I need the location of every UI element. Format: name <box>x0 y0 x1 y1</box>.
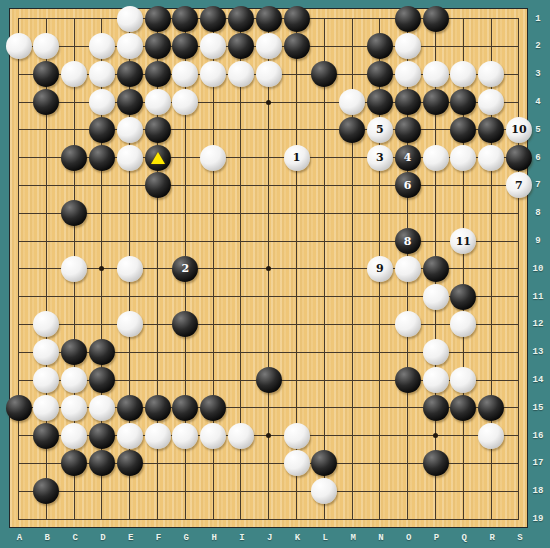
stone-black-F1 <box>145 6 171 32</box>
stone-white-B13 <box>33 339 59 365</box>
stone-black-E3 <box>117 61 143 87</box>
stone-black-O4 <box>395 89 421 115</box>
stone-black-L17 <box>311 450 337 476</box>
stone-black-I1 <box>228 6 254 32</box>
stone-white-R16 <box>478 423 504 449</box>
move-number-8: 8 <box>404 236 412 247</box>
move-number-10: 10 <box>511 124 526 135</box>
stone-white-Q6 <box>450 145 476 171</box>
stone-white-N6: 3 <box>367 145 393 171</box>
stone-black-O9: 8 <box>395 228 421 254</box>
row-label-16: 16 <box>533 431 544 440</box>
move-number-1: 1 <box>293 152 301 163</box>
stone-white-O12 <box>395 311 421 337</box>
stone-white-J3 <box>256 61 282 87</box>
row-label-19: 19 <box>533 515 544 524</box>
stone-white-Q9: 11 <box>450 228 476 254</box>
grid-line-h <box>18 324 519 325</box>
row-label-12: 12 <box>533 320 544 329</box>
column-label-I: I <box>239 534 244 543</box>
stone-white-B15 <box>33 395 59 421</box>
stone-white-B2 <box>33 33 59 59</box>
stone-white-P6 <box>423 145 449 171</box>
move-number-6: 6 <box>404 180 412 191</box>
column-label-J: J <box>267 534 272 543</box>
stone-black-F7 <box>145 172 171 198</box>
star-point-J4 <box>266 100 271 105</box>
stone-black-B18 <box>33 478 59 504</box>
stone-black-C13 <box>61 339 87 365</box>
stone-black-H15 <box>200 395 226 421</box>
stone-white-S5: 10 <box>506 117 532 143</box>
row-label-5: 5 <box>535 125 540 134</box>
stone-white-Q3 <box>450 61 476 87</box>
stone-black-A15 <box>6 395 32 421</box>
stone-white-R3 <box>478 61 504 87</box>
stone-black-G15 <box>172 395 198 421</box>
stone-black-P4 <box>423 89 449 115</box>
stone-white-B14 <box>33 367 59 393</box>
stone-black-Q5 <box>450 117 476 143</box>
stone-white-Q12 <box>450 311 476 337</box>
stone-white-B12 <box>33 311 59 337</box>
stone-white-K16 <box>284 423 310 449</box>
stone-black-I2 <box>228 33 254 59</box>
stone-white-R4 <box>478 89 504 115</box>
stone-black-R5 <box>478 117 504 143</box>
stone-black-B3 <box>33 61 59 87</box>
column-label-A: A <box>17 534 22 543</box>
stone-white-H6 <box>200 145 226 171</box>
stone-white-N10: 9 <box>367 256 393 282</box>
stone-white-G4 <box>172 89 198 115</box>
stone-white-Q14 <box>450 367 476 393</box>
stone-white-P3 <box>423 61 449 87</box>
move-number-7: 7 <box>515 180 523 191</box>
stone-black-J14 <box>256 367 282 393</box>
stone-black-O7: 6 <box>395 172 421 198</box>
stone-black-Q4 <box>450 89 476 115</box>
stone-black-B4 <box>33 89 59 115</box>
stone-white-O3 <box>395 61 421 87</box>
stone-black-K2 <box>284 33 310 59</box>
stone-black-O5 <box>395 117 421 143</box>
grid-line-h <box>18 519 519 520</box>
grid-line-v <box>324 18 325 519</box>
stone-black-B16 <box>33 423 59 449</box>
stone-black-E17 <box>117 450 143 476</box>
stone-white-P14 <box>423 367 449 393</box>
stone-black-O1 <box>395 6 421 32</box>
stone-black-C8 <box>61 200 87 226</box>
stone-black-S6 <box>506 145 532 171</box>
stone-black-Q11 <box>450 284 476 310</box>
move-number-5: 5 <box>376 124 384 135</box>
grid-line-h <box>18 491 519 492</box>
row-label-10: 10 <box>533 264 544 273</box>
stone-white-C3 <box>61 61 87 87</box>
move-number-4: 4 <box>404 152 412 163</box>
stone-white-O10 <box>395 256 421 282</box>
stone-black-N4 <box>367 89 393 115</box>
row-label-1: 1 <box>535 14 540 23</box>
stone-white-D15 <box>89 395 115 421</box>
stone-white-D4 <box>89 89 115 115</box>
move-number-3: 3 <box>376 152 384 163</box>
star-point-J10 <box>266 266 271 271</box>
stone-black-G1 <box>172 6 198 32</box>
row-label-13: 13 <box>533 348 544 357</box>
row-label-8: 8 <box>535 209 540 218</box>
stone-white-I3 <box>228 61 254 87</box>
row-label-9: 9 <box>535 237 540 246</box>
stone-white-D3 <box>89 61 115 87</box>
column-label-N: N <box>378 534 383 543</box>
row-label-6: 6 <box>535 153 540 162</box>
stone-black-C17 <box>61 450 87 476</box>
row-label-15: 15 <box>533 403 544 412</box>
column-label-B: B <box>45 534 50 543</box>
stone-black-G12 <box>172 311 198 337</box>
grid-line-v <box>518 18 519 519</box>
stone-black-R15 <box>478 395 504 421</box>
star-point-D10 <box>99 266 104 271</box>
column-label-D: D <box>100 534 105 543</box>
stone-white-E5 <box>117 117 143 143</box>
stone-white-C16 <box>61 423 87 449</box>
stone-white-G16 <box>172 423 198 449</box>
stone-black-O6: 4 <box>395 145 421 171</box>
stone-black-F5 <box>145 117 171 143</box>
stone-black-E4 <box>117 89 143 115</box>
stone-white-R6 <box>478 145 504 171</box>
stone-black-J1 <box>256 6 282 32</box>
stone-black-F3 <box>145 61 171 87</box>
stone-white-P13 <box>423 339 449 365</box>
stone-white-O2 <box>395 33 421 59</box>
row-label-2: 2 <box>535 42 540 51</box>
stone-white-E10 <box>117 256 143 282</box>
stone-white-A2 <box>6 33 32 59</box>
stone-white-F4 <box>145 89 171 115</box>
column-label-C: C <box>72 534 77 543</box>
stone-black-D6 <box>89 145 115 171</box>
stone-white-H3 <box>200 61 226 87</box>
goban-frame: 4682510137119 ABCDEFGHIJKLMNOPQRS 123456… <box>0 0 550 548</box>
row-label-4: 4 <box>535 98 540 107</box>
stone-white-E16 <box>117 423 143 449</box>
stone-white-C10 <box>61 256 87 282</box>
column-label-P: P <box>434 534 439 543</box>
stone-white-E2 <box>117 33 143 59</box>
move-number-9: 9 <box>376 263 384 274</box>
stone-black-H1 <box>200 6 226 32</box>
stone-white-L18 <box>311 478 337 504</box>
stone-black-F2 <box>145 33 171 59</box>
row-label-18: 18 <box>533 487 544 496</box>
column-label-H: H <box>211 534 216 543</box>
stone-black-P1 <box>423 6 449 32</box>
stone-black-Q15 <box>450 395 476 421</box>
star-point-J16 <box>266 433 271 438</box>
stone-black-P15 <box>423 395 449 421</box>
stone-white-D2 <box>89 33 115 59</box>
stone-black-F6 <box>145 145 171 171</box>
column-label-O: O <box>406 534 411 543</box>
stone-white-C14 <box>61 367 87 393</box>
column-label-M: M <box>350 534 355 543</box>
stone-white-S7: 7 <box>506 172 532 198</box>
stone-black-D16 <box>89 423 115 449</box>
stone-white-P11 <box>423 284 449 310</box>
stone-white-C15 <box>61 395 87 421</box>
stone-black-D13 <box>89 339 115 365</box>
stone-black-O14 <box>395 367 421 393</box>
stone-white-K17 <box>284 450 310 476</box>
stone-black-C6 <box>61 145 87 171</box>
stone-white-M4 <box>339 89 365 115</box>
stone-white-E6 <box>117 145 143 171</box>
stone-white-K6: 1 <box>284 145 310 171</box>
row-label-14: 14 <box>533 376 544 385</box>
go-board[interactable]: 4682510137119 <box>9 8 528 528</box>
stone-white-I16 <box>228 423 254 449</box>
stone-white-F16 <box>145 423 171 449</box>
triangle-marker-icon <box>151 152 165 164</box>
stone-black-P10 <box>423 256 449 282</box>
stone-black-E15 <box>117 395 143 421</box>
column-label-L: L <box>323 534 328 543</box>
stone-white-J2 <box>256 33 282 59</box>
row-label-17: 17 <box>533 459 544 468</box>
stone-black-G10: 2 <box>172 256 198 282</box>
stone-black-D5 <box>89 117 115 143</box>
move-number-11: 11 <box>456 236 471 247</box>
stone-black-M5 <box>339 117 365 143</box>
column-label-K: K <box>295 534 300 543</box>
stone-white-G3 <box>172 61 198 87</box>
column-label-S: S <box>517 534 522 543</box>
row-label-7: 7 <box>535 181 540 190</box>
stone-black-P17 <box>423 450 449 476</box>
stone-white-H2 <box>200 33 226 59</box>
star-point-P16 <box>433 433 438 438</box>
column-label-G: G <box>184 534 189 543</box>
stone-white-N5: 5 <box>367 117 393 143</box>
stone-black-L3 <box>311 61 337 87</box>
column-label-E: E <box>128 534 133 543</box>
stone-black-G2 <box>172 33 198 59</box>
column-label-Q: Q <box>462 534 467 543</box>
stone-black-K1 <box>284 6 310 32</box>
stone-white-E12 <box>117 311 143 337</box>
stone-black-N2 <box>367 33 393 59</box>
stone-white-H16 <box>200 423 226 449</box>
column-label-F: F <box>156 534 161 543</box>
stone-black-F15 <box>145 395 171 421</box>
stone-black-N3 <box>367 61 393 87</box>
stone-black-D14 <box>89 367 115 393</box>
row-label-11: 11 <box>533 292 544 301</box>
row-label-3: 3 <box>535 70 540 79</box>
move-number-2: 2 <box>181 263 189 274</box>
stone-white-E1 <box>117 6 143 32</box>
column-label-R: R <box>489 534 494 543</box>
stone-black-D17 <box>89 450 115 476</box>
